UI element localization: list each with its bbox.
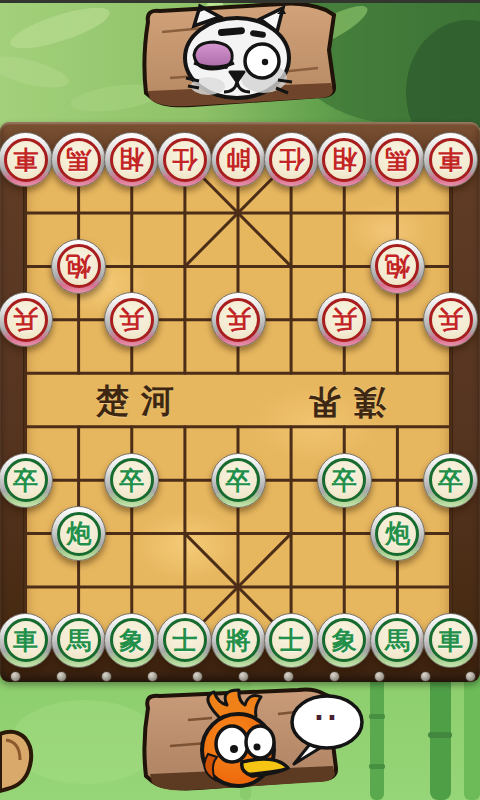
rivet (329, 671, 340, 682)
piece-face: 士 (269, 618, 313, 662)
piece-glyph: 士 (279, 628, 304, 653)
piece-glyph: 士 (172, 628, 197, 653)
piece-glyph: 炮 (66, 521, 91, 546)
piece-red-advisor[interactable]: 仕 (264, 132, 319, 187)
piece-face: 相 (110, 138, 154, 182)
piece-red-soldier[interactable]: 兵 (0, 292, 53, 347)
piece-green-soldier[interactable]: 卒 (423, 453, 478, 508)
piece-green-horse[interactable]: 馬 (370, 613, 425, 668)
piece-glyph: 馬 (385, 628, 410, 653)
piece-green-advisor[interactable]: 士 (264, 613, 319, 668)
piece-face: 象 (110, 618, 154, 662)
piece-red-chariot[interactable]: 車 (0, 132, 53, 187)
piece-green-soldier[interactable]: 卒 (104, 453, 159, 508)
bird-eye-left (216, 726, 248, 762)
tiger-avatar (185, 6, 292, 98)
piece-glyph: 卒 (226, 468, 251, 493)
piece-glyph: 兵 (13, 307, 38, 332)
piece-green-general[interactable]: 將 (211, 613, 266, 668)
piece-layer: 車馬相仕帥仕相馬車炮炮兵兵兵兵兵卒卒卒卒卒炮炮車馬象士將士象馬車 (0, 133, 477, 667)
piece-glyph: 卒 (13, 468, 38, 493)
piece-face: 兵 (110, 298, 154, 342)
piece-face: 車 (429, 618, 473, 662)
piece-green-chariot[interactable]: 車 (423, 613, 478, 668)
tiger-pupil (262, 59, 268, 65)
piece-face: 馬 (57, 138, 101, 182)
piece-glyph: 車 (13, 628, 38, 653)
piece-green-soldier[interactable]: 卒 (317, 453, 372, 508)
piece-face: 兵 (4, 298, 48, 342)
rivet (147, 671, 158, 682)
rivet (238, 671, 249, 682)
piece-glyph: 馬 (385, 147, 410, 172)
bird-eye-right (246, 726, 274, 758)
piece-green-cannon[interactable]: 炮 (370, 506, 425, 561)
piece-green-horse[interactable]: 馬 (51, 613, 106, 668)
rivet (283, 671, 294, 682)
piece-red-soldier[interactable]: 兵 (317, 292, 372, 347)
piece-red-horse[interactable]: 馬 (51, 132, 106, 187)
game-screen: 楚河 漢界 車馬相仕帥仕相馬車炮炮兵兵兵兵兵卒卒卒卒卒炮炮車馬象士將士象馬車 (0, 0, 480, 800)
piece-glyph: 仕 (172, 147, 197, 172)
piece-glyph: 馬 (66, 147, 91, 172)
piece-green-soldier[interactable]: 卒 (0, 453, 53, 508)
piece-glyph: 仕 (279, 147, 304, 172)
piece-glyph: 炮 (385, 521, 410, 546)
piece-glyph: 卒 (119, 468, 144, 493)
rivet (10, 671, 21, 682)
piece-glyph: 馬 (66, 628, 91, 653)
piece-face: 卒 (216, 458, 260, 502)
piece-face: 炮 (57, 512, 101, 556)
bird-pupil (254, 744, 261, 751)
piece-red-horse[interactable]: 馬 (370, 132, 425, 187)
piece-red-chariot[interactable]: 車 (423, 132, 478, 187)
piece-red-advisor[interactable]: 仕 (157, 132, 212, 187)
piece-glyph: 兵 (332, 307, 357, 332)
xiangqi-board[interactable]: 楚河 漢界 車馬相仕帥仕相馬車炮炮兵兵兵兵兵卒卒卒卒卒炮炮車馬象士將士象馬車 (0, 122, 480, 682)
piece-green-cannon[interactable]: 炮 (51, 506, 106, 561)
piece-glyph: 炮 (66, 254, 91, 279)
piece-face: 炮 (375, 512, 419, 556)
piece-green-chariot[interactable]: 車 (0, 613, 53, 668)
piece-green-elephant[interactable]: 象 (317, 613, 372, 668)
piece-red-general[interactable]: 帥 (211, 132, 266, 187)
piece-face: 車 (429, 138, 473, 182)
piece-face: 車 (4, 618, 48, 662)
rivet (192, 671, 203, 682)
piece-glyph: 相 (332, 147, 357, 172)
rivet (56, 671, 67, 682)
piece-face: 卒 (4, 458, 48, 502)
piece-glyph: 卒 (438, 468, 463, 493)
rivet (420, 671, 431, 682)
piece-glyph: 炮 (385, 254, 410, 279)
piece-green-advisor[interactable]: 士 (157, 613, 212, 668)
bird-pupil (230, 745, 238, 753)
piece-face: 卒 (110, 458, 154, 502)
rivet (465, 671, 476, 682)
piece-face: 仕 (163, 138, 207, 182)
piece-red-elephant[interactable]: 相 (317, 132, 372, 187)
player-banner-art: ·· (128, 684, 373, 796)
piece-glyph: 象 (119, 628, 144, 653)
piece-face: 兵 (429, 298, 473, 342)
speech-bubble-dots: ·· (314, 703, 340, 733)
piece-glyph: 兵 (226, 307, 251, 332)
piece-face: 將 (216, 618, 260, 662)
rivet (374, 671, 385, 682)
piece-face: 卒 (429, 458, 473, 502)
tiger-eye-dot (224, 65, 228, 69)
piece-glyph: 將 (226, 628, 251, 653)
piece-face: 象 (322, 618, 366, 662)
piece-face: 帥 (216, 138, 260, 182)
opponent-banner (130, 0, 350, 120)
bamboo-stalk (464, 672, 480, 800)
piece-glyph: 兵 (438, 307, 463, 332)
piece-glyph: 卒 (332, 468, 357, 493)
player-banner: ·· (128, 684, 373, 800)
piece-red-elephant[interactable]: 相 (104, 132, 159, 187)
piece-glyph: 車 (438, 147, 463, 172)
piece-face: 仕 (269, 138, 313, 182)
bamboo-node (428, 732, 452, 738)
piece-glyph: 車 (438, 628, 463, 653)
piece-green-elephant[interactable]: 象 (104, 613, 159, 668)
piece-green-soldier[interactable]: 卒 (211, 453, 266, 508)
piece-face: 兵 (216, 298, 260, 342)
piece-red-soldier[interactable]: 兵 (423, 292, 478, 347)
piece-glyph: 象 (332, 628, 357, 653)
piece-red-cannon[interactable]: 炮 (370, 239, 425, 294)
piece-face: 兵 (322, 298, 366, 342)
piece-face: 車 (4, 138, 48, 182)
piece-face: 卒 (322, 458, 366, 502)
piece-red-soldier[interactable]: 兵 (211, 292, 266, 347)
piece-glyph: 兵 (119, 307, 144, 332)
piece-glyph: 帥 (226, 147, 251, 172)
piece-face: 炮 (375, 244, 419, 288)
piece-face: 相 (322, 138, 366, 182)
piece-red-soldier[interactable]: 兵 (104, 292, 159, 347)
opponent-banner-art (130, 0, 350, 116)
piece-glyph: 相 (119, 147, 144, 172)
piece-face: 馬 (375, 138, 419, 182)
piece-glyph: 車 (13, 147, 38, 172)
piece-face: 馬 (57, 618, 101, 662)
status-strip (0, 0, 480, 3)
piece-face: 炮 (57, 244, 101, 288)
piece-red-cannon[interactable]: 炮 (51, 239, 106, 294)
rivet (101, 671, 112, 682)
piece-face: 馬 (375, 618, 419, 662)
piece-face: 士 (163, 618, 207, 662)
